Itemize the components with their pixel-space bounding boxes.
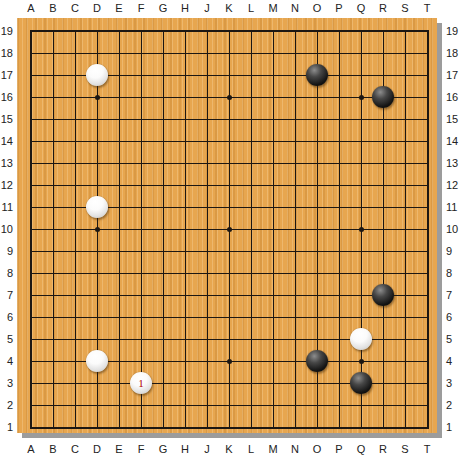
column-label: G (152, 1, 174, 15)
star-point (359, 95, 364, 100)
black-stone-R16 (372, 86, 394, 108)
row-label: 16 (446, 86, 462, 108)
column-label: G (152, 442, 174, 456)
column-label: L (240, 442, 262, 456)
row-label: 18 (446, 42, 462, 64)
star-point (95, 95, 100, 100)
column-label: O (306, 442, 328, 456)
row-label: 7 (0, 284, 13, 306)
column-label: E (108, 442, 130, 456)
row-label: 5 (446, 328, 462, 350)
row-labels-left: 19181716151413121110987654321 (0, 20, 13, 438)
row-label: 13 (446, 152, 462, 174)
column-label: P (328, 442, 350, 456)
go-board[interactable]: 1 (17, 18, 437, 433)
column-label: S (394, 1, 416, 15)
black-stone-O17 (306, 64, 328, 86)
row-label: 8 (0, 262, 13, 284)
row-label: 3 (446, 372, 462, 394)
column-labels-top: ABCDEFGHJKLMNOPQRST (20, 1, 438, 15)
row-label: 5 (0, 328, 13, 350)
row-labels-right: 19181716151413121110987654321 (446, 20, 462, 438)
column-label: S (394, 442, 416, 456)
star-point (359, 359, 364, 364)
row-label: 2 (446, 394, 462, 416)
row-label: 3 (0, 372, 13, 394)
column-label: M (262, 1, 284, 15)
column-label: T (416, 442, 438, 456)
star-point (227, 227, 232, 232)
column-label: K (218, 1, 240, 15)
black-stone-R7 (372, 284, 394, 306)
column-label: F (130, 1, 152, 15)
column-label: Q (350, 442, 372, 456)
star-point (95, 227, 100, 232)
row-label: 15 (0, 108, 13, 130)
column-label: D (86, 1, 108, 15)
row-label: 13 (0, 152, 13, 174)
column-label: Q (350, 1, 372, 15)
white-stone-F3: 1 (130, 372, 152, 394)
column-label: A (20, 442, 42, 456)
column-label: N (284, 442, 306, 456)
row-label: 7 (446, 284, 462, 306)
go-diagram: ABCDEFGHJKLMNOPQRST 19181716151413121110… (0, 0, 462, 460)
column-label: K (218, 442, 240, 456)
row-label: 4 (0, 350, 13, 372)
column-label: C (64, 442, 86, 456)
star-point (227, 359, 232, 364)
row-label: 15 (446, 108, 462, 130)
row-label: 11 (0, 196, 13, 218)
row-label: 14 (446, 130, 462, 152)
row-label: 9 (0, 240, 13, 262)
row-label: 9 (446, 240, 462, 262)
column-label: J (196, 1, 218, 15)
row-label: 6 (446, 306, 462, 328)
column-label: B (42, 1, 64, 15)
row-label: 19 (0, 20, 13, 42)
column-labels-bottom: ABCDEFGHJKLMNOPQRST (20, 442, 438, 456)
column-label: F (130, 442, 152, 456)
row-label: 14 (0, 130, 13, 152)
column-label: R (372, 442, 394, 456)
column-label: A (20, 1, 42, 15)
row-label: 18 (0, 42, 13, 64)
row-label: 19 (446, 20, 462, 42)
column-label: N (284, 1, 306, 15)
row-label: 10 (446, 218, 462, 240)
column-label: H (174, 1, 196, 15)
column-label: O (306, 1, 328, 15)
column-label: B (42, 442, 64, 456)
white-stone-D11 (86, 196, 108, 218)
column-label: L (240, 1, 262, 15)
row-label: 1 (446, 416, 462, 438)
row-label: 4 (446, 350, 462, 372)
row-label: 8 (446, 262, 462, 284)
row-label: 17 (446, 64, 462, 86)
column-label: D (86, 442, 108, 456)
white-stone-D4 (86, 350, 108, 372)
star-point (359, 227, 364, 232)
black-stone-Q3 (350, 372, 372, 394)
row-label: 6 (0, 306, 13, 328)
white-stone-D17 (86, 64, 108, 86)
move-number-label: 1 (138, 378, 144, 389)
column-label: P (328, 1, 350, 15)
row-label: 10 (0, 218, 13, 240)
row-label: 12 (0, 174, 13, 196)
column-label: J (196, 442, 218, 456)
row-label: 17 (0, 64, 13, 86)
row-label: 12 (446, 174, 462, 196)
column-label: R (372, 1, 394, 15)
row-label: 1 (0, 416, 13, 438)
row-label: 2 (0, 394, 13, 416)
row-label: 16 (0, 86, 13, 108)
column-label: M (262, 442, 284, 456)
column-label: T (416, 1, 438, 15)
board-points-layer: 1 (20, 20, 438, 438)
row-label: 11 (446, 196, 462, 218)
white-stone-Q5 (350, 328, 372, 350)
star-point (227, 95, 232, 100)
column-label: C (64, 1, 86, 15)
column-label: H (174, 442, 196, 456)
column-label: E (108, 1, 130, 15)
black-stone-O4 (306, 350, 328, 372)
